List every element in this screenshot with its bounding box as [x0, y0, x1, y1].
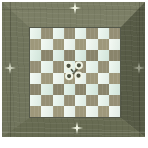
square-g5[interactable] — [98, 61, 109, 72]
square-f4[interactable] — [86, 73, 97, 84]
square-e1[interactable] — [75, 106, 86, 117]
square-a6[interactable] — [30, 50, 41, 61]
frame-seam-top — [2, 9, 145, 10]
square-b3[interactable] — [41, 84, 52, 95]
square-e8[interactable] — [75, 28, 86, 39]
square-h4[interactable] — [109, 73, 120, 84]
square-c3[interactable] — [53, 84, 64, 95]
square-h8[interactable] — [109, 28, 120, 39]
square-g3[interactable] — [98, 84, 109, 95]
square-d4[interactable] — [64, 73, 75, 84]
square-d1[interactable] — [64, 106, 75, 117]
square-b4[interactable] — [41, 73, 52, 84]
square-a4[interactable] — [30, 73, 41, 84]
square-e7[interactable] — [75, 39, 86, 50]
chessboard-photo — [2, 2, 145, 137]
square-h1[interactable] — [109, 106, 120, 117]
square-d3[interactable] — [64, 84, 75, 95]
square-h6[interactable] — [109, 50, 120, 61]
square-b6[interactable] — [41, 50, 52, 61]
square-a5[interactable] — [30, 61, 41, 72]
square-b7[interactable] — [41, 39, 52, 50]
square-c2[interactable] — [53, 95, 64, 106]
square-d6[interactable] — [64, 50, 75, 61]
square-d2[interactable] — [64, 95, 75, 106]
square-h3[interactable] — [109, 84, 120, 95]
square-b8[interactable] — [41, 28, 52, 39]
square-e5[interactable] — [75, 61, 86, 72]
square-d5[interactable] — [64, 61, 75, 72]
square-a1[interactable] — [30, 106, 41, 117]
square-c4[interactable] — [53, 73, 64, 84]
square-e4[interactable] — [75, 73, 86, 84]
square-b1[interactable] — [41, 106, 52, 117]
square-g6[interactable] — [98, 50, 109, 61]
frame-seam-bottom — [2, 132, 145, 133]
square-f7[interactable] — [86, 39, 97, 50]
square-d8[interactable] — [64, 28, 75, 39]
square-f8[interactable] — [86, 28, 97, 39]
square-g2[interactable] — [98, 95, 109, 106]
square-f5[interactable] — [86, 61, 97, 72]
square-d7[interactable] — [64, 39, 75, 50]
square-c7[interactable] — [53, 39, 64, 50]
square-e2[interactable] — [75, 95, 86, 106]
square-f3[interactable] — [86, 84, 97, 95]
square-a7[interactable] — [30, 39, 41, 50]
square-h2[interactable] — [109, 95, 120, 106]
square-a8[interactable] — [30, 28, 41, 39]
square-b5[interactable] — [41, 61, 52, 72]
square-f1[interactable] — [86, 106, 97, 117]
square-g1[interactable] — [98, 106, 109, 117]
square-g7[interactable] — [98, 39, 109, 50]
square-h5[interactable] — [109, 61, 120, 72]
square-c6[interactable] — [53, 50, 64, 61]
square-b2[interactable] — [41, 95, 52, 106]
square-h7[interactable] — [109, 39, 120, 50]
square-a3[interactable] — [30, 84, 41, 95]
chess-board — [29, 27, 121, 118]
square-c5[interactable] — [53, 61, 64, 72]
square-c8[interactable] — [53, 28, 64, 39]
square-c1[interactable] — [53, 106, 64, 117]
square-e6[interactable] — [75, 50, 86, 61]
square-g4[interactable] — [98, 73, 109, 84]
square-f6[interactable] — [86, 50, 97, 61]
square-g8[interactable] — [98, 28, 109, 39]
square-f2[interactable] — [86, 95, 97, 106]
square-e3[interactable] — [75, 84, 86, 95]
square-a2[interactable] — [30, 95, 41, 106]
